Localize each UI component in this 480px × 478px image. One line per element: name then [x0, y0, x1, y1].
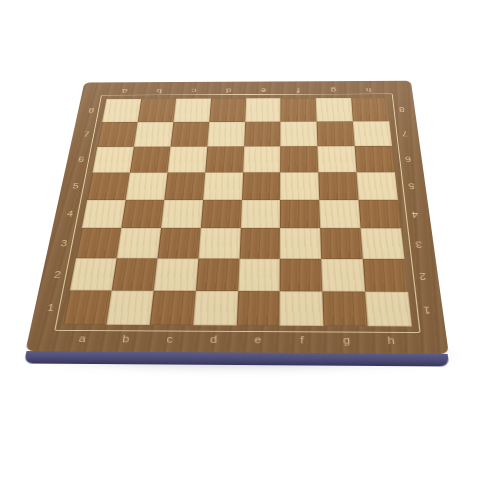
rank-label-right-3: 3: [414, 239, 422, 248]
file-label-top-b: b: [157, 87, 163, 93]
square-e5[interactable]: [242, 172, 281, 199]
square-c2[interactable]: [153, 259, 198, 291]
rank-label-right-1: 1: [422, 304, 430, 314]
chessboard: abcdefghabcdefgh8765432187654321: [25, 81, 448, 354]
rank-label-left-6: 6: [78, 156, 85, 163]
square-b5[interactable]: [126, 172, 168, 199]
square-g8[interactable]: [316, 98, 353, 122]
square-e2[interactable]: [238, 259, 281, 291]
square-d7[interactable]: [207, 122, 245, 147]
square-a6[interactable]: [92, 147, 133, 173]
square-h7[interactable]: [353, 121, 392, 146]
file-label-bottom-g: g: [343, 334, 351, 344]
square-b2[interactable]: [111, 259, 157, 291]
file-label-bottom-h: h: [387, 335, 395, 345]
square-h8[interactable]: [351, 98, 389, 122]
square-b1[interactable]: [106, 291, 153, 325]
rank-label-left-8: 8: [88, 107, 95, 114]
square-g1[interactable]: [323, 292, 368, 327]
file-label-bottom-a: a: [78, 333, 87, 343]
square-d3[interactable]: [198, 228, 240, 259]
square-e1[interactable]: [236, 291, 280, 326]
square-e7[interactable]: [244, 122, 281, 147]
square-g3[interactable]: [320, 228, 362, 259]
square-c6[interactable]: [167, 146, 207, 172]
square-c5[interactable]: [164, 172, 205, 199]
file-label-top-e: e: [261, 87, 267, 93]
square-h3[interactable]: [361, 228, 405, 259]
square-a4[interactable]: [82, 200, 126, 229]
square-d6[interactable]: [205, 146, 244, 172]
square-e6[interactable]: [243, 146, 281, 172]
rank-label-left-1: 1: [46, 302, 55, 312]
file-label-bottom-e: e: [254, 334, 261, 344]
square-g7[interactable]: [317, 121, 355, 146]
coordinate-labels: abcdefghabcdefgh8765432187654321: [84, 81, 410, 83]
square-f2[interactable]: [280, 259, 323, 292]
square-g6[interactable]: [318, 146, 357, 172]
square-h1[interactable]: [365, 292, 412, 327]
square-a5[interactable]: [87, 172, 130, 199]
file-label-top-f: f: [297, 86, 300, 92]
square-a7[interactable]: [97, 122, 137, 147]
file-label-top-g: g: [330, 86, 336, 92]
rank-label-right-4: 4: [411, 210, 418, 218]
square-a3[interactable]: [76, 228, 121, 258]
rank-label-left-2: 2: [53, 270, 61, 279]
square-g4[interactable]: [319, 200, 360, 229]
square-b4[interactable]: [121, 200, 164, 229]
file-label-top-a: a: [122, 87, 129, 93]
square-f7[interactable]: [281, 121, 318, 146]
square-h6[interactable]: [355, 146, 395, 172]
file-label-bottom-d: d: [210, 334, 218, 344]
square-f8[interactable]: [281, 98, 317, 122]
square-b6[interactable]: [130, 146, 171, 172]
rank-label-left-7: 7: [83, 131, 90, 138]
square-a2[interactable]: [70, 258, 117, 290]
square-a1[interactable]: [63, 290, 111, 324]
rank-label-right-8: 8: [398, 106, 404, 113]
square-e3[interactable]: [239, 228, 280, 259]
rank-label-right-7: 7: [401, 130, 408, 137]
square-b7[interactable]: [134, 122, 173, 147]
square-g5[interactable]: [319, 172, 359, 199]
square-a8[interactable]: [102, 99, 141, 122]
square-h4[interactable]: [359, 200, 402, 229]
rank-label-left-5: 5: [72, 182, 80, 190]
square-c4[interactable]: [161, 200, 203, 229]
file-label-bottom-f: f: [300, 334, 304, 344]
square-f6[interactable]: [281, 146, 319, 172]
square-d1[interactable]: [193, 291, 238, 325]
file-label-top-h: h: [365, 86, 371, 92]
rank-label-right-2: 2: [418, 271, 426, 280]
square-d8[interactable]: [209, 98, 246, 122]
square-f3[interactable]: [280, 228, 321, 259]
square-f1[interactable]: [280, 291, 324, 326]
square-e8[interactable]: [245, 98, 281, 122]
square-d2[interactable]: [195, 259, 239, 291]
square-b8[interactable]: [138, 99, 176, 122]
square-c3[interactable]: [157, 228, 200, 259]
product-photo-stage: abcdefghabcdefgh8765432187654321: [0, 0, 480, 478]
square-e4[interactable]: [240, 200, 280, 229]
rank-label-right-6: 6: [404, 155, 411, 162]
square-c7[interactable]: [170, 122, 209, 147]
square-f5[interactable]: [280, 172, 319, 199]
square-d5[interactable]: [203, 172, 243, 199]
rank-label-left-3: 3: [60, 239, 68, 248]
square-g2[interactable]: [321, 259, 365, 292]
square-b3[interactable]: [116, 228, 160, 258]
square-c1[interactable]: [149, 291, 195, 325]
square-c8[interactable]: [173, 98, 211, 121]
square-d4[interactable]: [200, 200, 241, 229]
board-squares: [63, 98, 412, 327]
square-h2[interactable]: [363, 259, 408, 292]
file-label-top-c: c: [191, 87, 197, 93]
rank-label-left-4: 4: [66, 210, 74, 218]
file-label-top-d: d: [226, 87, 232, 93]
square-f4[interactable]: [280, 200, 320, 229]
rank-label-right-5: 5: [407, 182, 414, 190]
file-label-bottom-c: c: [166, 333, 173, 343]
square-h5[interactable]: [357, 172, 398, 199]
file-label-bottom-b: b: [122, 333, 130, 343]
